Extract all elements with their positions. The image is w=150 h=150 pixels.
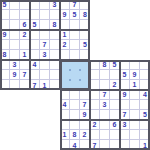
grid2-cell-r4c2[interactable] (70, 90, 80, 100)
grid1-cell-r9c2[interactable] (10, 80, 20, 90)
grid2-cell-r8c7[interactable] (120, 130, 130, 140)
grid2-cell-r1c4[interactable] (90, 60, 100, 70)
grid2-block-line-vertical-1 (89, 60, 91, 150)
grid2-cell-r2c2[interactable] (70, 70, 80, 80)
grid2-cell-r9c9[interactable]: 1 (140, 140, 150, 150)
grid1-cell-r4c2[interactable] (10, 30, 20, 40)
grid1-cell-r7c1[interactable] (0, 60, 10, 70)
grid2-cell-r2c9[interactable] (140, 70, 150, 80)
grid1-cell-r1c2[interactable] (10, 0, 20, 10)
grid2-block-line-horizontal-2 (60, 119, 150, 121)
grid1-cell-r9c5[interactable]: 1 (40, 80, 50, 90)
grid2: 855921794473975263182471 (60, 60, 150, 150)
grid1-cell-r4c4[interactable] (30, 30, 40, 40)
grid1-cell-r5c4[interactable] (30, 40, 40, 50)
grid1-cell-r9c1[interactable] (0, 80, 10, 90)
grid2-cell-r4c5[interactable]: 7 (100, 90, 110, 100)
grid2-cell-r7c2[interactable] (70, 120, 80, 130)
grid2-cell-r7c5[interactable] (100, 120, 110, 130)
grid1-cell-r7c4[interactable]: 4 (30, 60, 40, 70)
grid2-cell-r1c2[interactable] (70, 60, 80, 70)
grid2-cell-r4c7[interactable]: 9 (120, 90, 130, 100)
grid1-cell-r7c2[interactable]: 3 (10, 60, 20, 70)
grid1-cell-r2c2[interactable] (10, 10, 20, 20)
grid2-cell-r5c7[interactable] (120, 100, 130, 110)
grid1-cell-r1c4[interactable] (30, 0, 40, 10)
grid2-cell-r7c7[interactable]: 3 (120, 120, 130, 130)
grid1-cell-r7c5[interactable] (40, 60, 50, 70)
grid1-block-line-horizontal-1 (0, 29, 90, 31)
grid1-cell-r4c9[interactable] (80, 30, 90, 40)
grid2-cell-r1c1[interactable] (60, 60, 70, 70)
grid2-cell-r5c8[interactable] (130, 100, 140, 110)
grid2-cell-r5c2[interactable] (70, 100, 80, 110)
grid2-cell-r2c5[interactable] (100, 70, 110, 80)
grid2-cell-r7c9[interactable] (140, 120, 150, 130)
grid1-cell-r5c5[interactable]: 7 (40, 40, 50, 50)
grid2-cell-r9c1[interactable] (60, 140, 70, 150)
grid2-cell-r8c8[interactable] (130, 130, 140, 140)
grid2-cell-r4c4[interactable] (90, 90, 100, 100)
grid2-cell-r4c1[interactable] (60, 90, 70, 100)
grid1-cell-r8c1[interactable] (0, 70, 10, 80)
grid2-cell-r1c7[interactable] (120, 60, 130, 70)
grid2-cell-r8c4[interactable] (90, 130, 100, 140)
grid1-cell-r1c8[interactable]: 7 (70, 0, 80, 10)
grid2-cell-r7c1[interactable] (60, 120, 70, 130)
grid2-cell-r9c5[interactable] (100, 140, 110, 150)
grid1-cell-r1c1[interactable]: 5 (0, 0, 10, 10)
grid2-cell-r9c2[interactable]: 4 (70, 140, 80, 150)
grid1-cell-r1c5[interactable] (40, 0, 50, 10)
grid2-cell-r7c4[interactable]: 2 (90, 120, 100, 130)
grid1-cell-r2c7[interactable]: 9 (60, 10, 70, 20)
grid1-cell-r4c5[interactable] (40, 30, 50, 40)
grid1-cell-r9c4[interactable]: 7 (30, 80, 40, 90)
grid2-block-line-vertical-2 (119, 60, 121, 150)
grid2-block-line-horizontal-1 (60, 89, 150, 91)
grid1-cell-r1c7[interactable] (60, 0, 70, 10)
grid2-cell-r2c4[interactable] (90, 70, 100, 80)
grid1-cell-r5c1[interactable] (0, 40, 10, 50)
grid2-cell-r2c7[interactable]: 5 (120, 70, 130, 80)
grid2-cell-r5c4[interactable] (90, 100, 100, 110)
grid1-cell-r2c4[interactable] (30, 10, 40, 20)
grid1-cell-r8c2[interactable]: 9 (10, 70, 20, 80)
grid2-cells: 855921794473975263182471 (60, 60, 150, 150)
grid2-cell-r1c9[interactable] (140, 60, 150, 70)
grid1-cell-r8c4[interactable] (30, 70, 40, 80)
grid1-cell-r4c1[interactable]: 9 (0, 30, 10, 40)
grid1-cell-r4c8[interactable] (70, 30, 80, 40)
grid2-cell-r8c5[interactable] (100, 130, 110, 140)
grid1-cell-r5c8[interactable] (70, 40, 80, 50)
grid1-cell-r4c7[interactable]: 1 (60, 30, 70, 40)
grid1-cell-r1c9[interactable] (80, 0, 90, 10)
grid2-cell-r8c9[interactable] (140, 130, 150, 140)
grid2-cell-r5c9[interactable] (140, 100, 150, 110)
grid1-cell-r5c7[interactable]: 2 (60, 40, 70, 50)
grid1-cell-r2c5[interactable] (40, 10, 50, 20)
grid1-block-line-vertical-1 (29, 0, 31, 90)
grid1-cell-r5c9[interactable]: 5 (80, 40, 90, 50)
grid1-cell-r2c8[interactable]: 5 (70, 10, 80, 20)
grid2-cell-r2c1[interactable] (60, 70, 70, 80)
grid2-cell-r1c5[interactable]: 8 (100, 60, 110, 70)
grid1-cell-r2c9[interactable]: 8 (80, 10, 90, 20)
sudoku-board: 537958658921725813349771 855921794473975… (0, 0, 150, 150)
grid1-cell-r8c5[interactable] (40, 70, 50, 80)
grid2-cell-r4c8[interactable] (130, 90, 140, 100)
grid2-cell-r2c8[interactable]: 9 (130, 70, 140, 80)
grid2-cell-r7c8[interactable] (130, 120, 140, 130)
grid2-cell-r8c2[interactable]: 8 (70, 130, 80, 140)
grid2-cell-r5c1[interactable]: 4 (60, 100, 70, 110)
grid2-cell-r9c8[interactable] (130, 140, 140, 150)
grid2-cell-r5c5[interactable]: 3 (100, 100, 110, 110)
grid2-cell-r8c1[interactable]: 1 (60, 130, 70, 140)
grid2-cell-r1c8[interactable] (130, 60, 140, 70)
grid1-cell-r5c2[interactable] (10, 40, 20, 50)
grid1-cell-r2c1[interactable] (0, 10, 10, 20)
grid2-cell-r9c7[interactable] (120, 140, 130, 150)
grid2-cell-r9c4[interactable]: 7 (90, 140, 100, 150)
grid2-cell-r4c9[interactable]: 4 (140, 90, 150, 100)
